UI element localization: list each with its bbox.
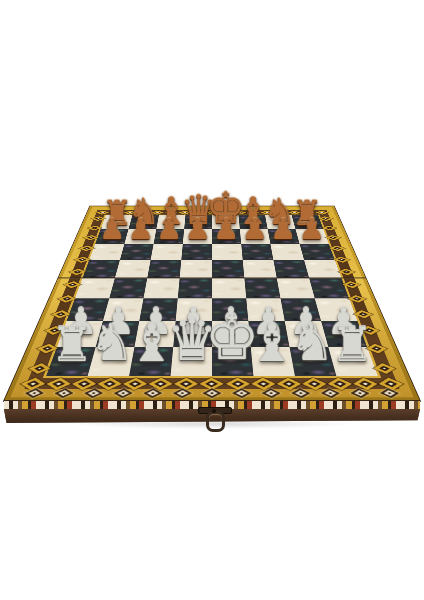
square-a6[interactable] <box>89 244 124 260</box>
photo-stage: ♜♞♝♛♚♝♞♜♟♟♟♟♟♟♟♟♟♟♟♟♟♟♟♟♜♞♝♛♚♝♞♜ <box>0 0 424 600</box>
piece-white-rook-a1[interactable]: ♜ <box>50 321 93 369</box>
square-d6[interactable] <box>181 244 212 260</box>
piece-black-pawn-h7[interactable]: ♟ <box>299 215 325 244</box>
square-e5[interactable] <box>212 260 244 278</box>
piece-black-pawn-e7[interactable]: ♟ <box>213 215 239 244</box>
square-c6[interactable] <box>151 244 183 260</box>
square-f5[interactable] <box>243 260 277 278</box>
square-d4[interactable] <box>178 278 212 298</box>
square-b6[interactable] <box>120 244 154 260</box>
piece-white-knight-b1[interactable]: ♞ <box>89 319 134 369</box>
clasp-latch[interactable] <box>198 406 232 430</box>
piece-black-pawn-d7[interactable]: ♟ <box>185 215 211 244</box>
square-b5[interactable] <box>115 260 151 278</box>
clasp-knob <box>212 409 216 413</box>
square-f6[interactable] <box>241 244 273 260</box>
piece-black-pawn-g7[interactable]: ♟ <box>270 215 296 244</box>
square-g6[interactable] <box>270 244 304 260</box>
square-f4[interactable] <box>244 278 280 298</box>
square-d5[interactable] <box>180 260 212 278</box>
piece-black-pawn-b7[interactable]: ♟ <box>128 215 154 244</box>
diamond-inlay-dot <box>235 382 240 384</box>
piece-black-pawn-a7[interactable]: ♟ <box>99 215 125 244</box>
square-a5[interactable] <box>82 260 119 278</box>
square-e4[interactable] <box>212 278 246 298</box>
piece-black-pawn-f7[interactable]: ♟ <box>242 215 268 244</box>
square-h6[interactable] <box>300 244 335 260</box>
piece-white-rook-h1[interactable]: ♜ <box>331 321 374 369</box>
piece-white-bishop-f1[interactable]: ♝ <box>249 317 296 369</box>
square-g5[interactable] <box>273 260 309 278</box>
piece-black-pawn-c7[interactable]: ♟ <box>156 215 182 244</box>
square-c5[interactable] <box>147 260 181 278</box>
diamond-inlay-dot <box>261 382 266 384</box>
diamond-inlay-dot <box>345 271 348 272</box>
clasp-loop <box>206 411 225 432</box>
square-h5[interactable] <box>304 260 341 278</box>
piece-white-knight-g1[interactable]: ♞ <box>290 319 335 369</box>
square-c4[interactable] <box>143 278 179 298</box>
square-e6[interactable] <box>212 244 243 260</box>
square-b4[interactable] <box>109 278 147 298</box>
